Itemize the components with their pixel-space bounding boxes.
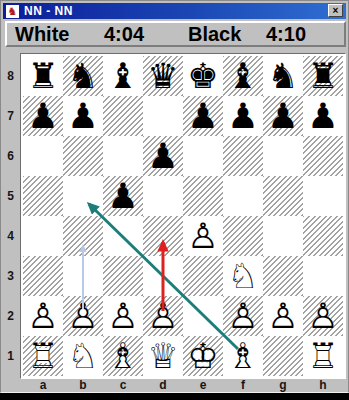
piece-white-B-fill: ♝ [223,336,263,376]
square-a3[interactable] [23,256,63,296]
square-c3[interactable] [103,256,143,296]
piece-white-B: ♗ [223,336,263,376]
square-c5[interactable]: ♟ [103,176,143,216]
square-g1[interactable] [263,336,303,376]
piece-white-P-fill: ♟ [303,296,343,336]
square-a6[interactable] [23,136,63,176]
piece-black-K: ♚ [183,56,223,96]
square-a8[interactable]: ♜ [23,56,63,96]
piece-white-Q: ♕ [143,336,183,376]
black-clock-time: 4:10 [266,23,306,45]
piece-black-R: ♜ [303,56,343,96]
piece-white-R: ♖ [23,336,63,376]
square-a4[interactable] [23,216,63,256]
piece-white-B-fill: ♝ [103,336,143,376]
piece-white-P: ♙ [23,296,63,336]
piece-white-R-fill: ♜ [303,336,343,376]
piece-white-P: ♙ [303,296,343,336]
desktop: { "game": "chess", "window": { "title": … [0,0,349,400]
piece-white-Q-fill: ♛ [143,336,183,376]
file-label-e: e [183,378,223,392]
square-c4[interactable] [103,216,143,256]
square-g5[interactable] [263,176,303,216]
piece-white-N: ♘ [223,256,263,296]
piece-white-P: ♙ [143,296,183,336]
square-b5[interactable] [63,176,103,216]
square-d5[interactable] [143,176,183,216]
piece-white-P: ♙ [263,296,303,336]
white-clock-label: White [15,23,69,45]
square-h4[interactable] [303,216,343,256]
square-c8[interactable]: ♝ [103,56,143,96]
square-e6[interactable] [183,136,223,176]
piece-black-N: ♞ [63,56,103,96]
rank-label-7: 7 [3,96,18,136]
square-g4[interactable] [263,216,303,256]
app-knight-icon[interactable]: ♞ [6,5,19,18]
piece-white-K-fill: ♚ [183,336,223,376]
square-g2[interactable]: ♟♙ [263,296,303,336]
square-b7[interactable]: ♟ [63,96,103,136]
window-title: NN - NN [24,4,73,18]
piece-white-P-fill: ♟ [63,296,103,336]
white-clock-time: 4:04 [104,23,144,45]
piece-black-P: ♟ [303,96,343,136]
rank-label-6: 6 [3,136,18,176]
square-a5[interactable] [23,176,63,216]
square-g8[interactable]: ♞ [263,56,303,96]
piece-black-P: ♟ [183,96,223,136]
file-label-h: h [303,378,343,392]
piece-white-P-fill: ♟ [263,296,303,336]
square-h3[interactable] [303,256,343,296]
square-c2[interactable]: ♟♙ [103,296,143,336]
square-f7[interactable]: ♟ [223,96,263,136]
square-e8[interactable]: ♚ [183,56,223,96]
piece-white-R-fill: ♜ [23,336,63,376]
piece-black-P: ♟ [223,96,263,136]
file-label-c: c [103,378,143,392]
file-label-g: g [263,378,303,392]
square-f1[interactable]: ♝♗ [223,336,263,376]
piece-white-N: ♘ [63,336,103,376]
square-d3[interactable] [143,256,183,296]
square-g6[interactable] [263,136,303,176]
board-frame: ♜♞♝♛♚♝♞♜♟♟♟♟♟♟♟♟♟♙♞♘♟♙♟♙♟♙♟♙♟♙♟♙♟♙♜♖♞♘♝♗… [20,53,346,379]
rank-label-5: 5 [3,176,18,216]
square-c6[interactable] [103,136,143,176]
piece-white-P-fill: ♟ [23,296,63,336]
piece-black-R: ♜ [23,56,63,96]
piece-white-P: ♙ [183,216,223,256]
piece-white-N-fill: ♞ [63,336,103,376]
piece-black-P: ♟ [143,136,183,176]
square-d8[interactable]: ♛ [143,56,183,96]
square-g7[interactable]: ♟ [263,96,303,136]
square-f4[interactable] [223,216,263,256]
file-label-a: a [23,378,63,392]
rank-label-1: 1 [3,336,18,376]
rank-label-2: 2 [3,296,18,336]
square-g3[interactable] [263,256,303,296]
square-d6[interactable]: ♟ [143,136,183,176]
square-f5[interactable] [223,176,263,216]
rank-label-3: 3 [3,256,18,296]
square-e1[interactable]: ♚♔ [183,336,223,376]
piece-white-P: ♙ [63,296,103,336]
black-clock-label: Black [188,23,241,45]
square-b4[interactable] [63,216,103,256]
square-h8[interactable]: ♜ [303,56,343,96]
square-d2[interactable]: ♟♙ [143,296,183,336]
file-label-d: d [143,378,183,392]
piece-black-N: ♞ [263,56,303,96]
square-f3[interactable]: ♞♘ [223,256,263,296]
piece-black-P: ♟ [63,96,103,136]
square-d7[interactable] [143,96,183,136]
square-h5[interactable] [303,176,343,216]
piece-black-P: ♟ [263,96,303,136]
square-e3[interactable] [183,256,223,296]
piece-white-K: ♔ [183,336,223,376]
square-h7[interactable]: ♟ [303,96,343,136]
rank-label-4: 4 [3,216,18,256]
piece-white-P-fill: ♟ [223,296,263,336]
clock-panel: White 4:04 Black 4:10 [5,21,346,47]
square-c1[interactable]: ♝♗ [103,336,143,376]
chess-app-window: ♞ NN - NN × White 4:04 Black 4:10 876543… [0,0,349,393]
titlebar[interactable]: ♞ NN - NN × [3,3,346,19]
square-e5[interactable] [183,176,223,216]
square-b2[interactable]: ♟♙ [63,296,103,336]
piece-black-B: ♝ [103,56,143,96]
square-b1[interactable]: ♞♘ [63,336,103,376]
piece-white-B: ♗ [103,336,143,376]
file-label-f: f [223,378,263,392]
square-f2[interactable]: ♟♙ [223,296,263,336]
piece-white-P: ♙ [223,296,263,336]
piece-white-N-fill: ♞ [223,256,263,296]
square-f8[interactable]: ♝ [223,56,263,96]
square-b3[interactable] [63,256,103,296]
piece-black-Q: ♛ [143,56,183,96]
square-e4[interactable]: ♟♙ [183,216,223,256]
square-b8[interactable]: ♞ [63,56,103,96]
piece-black-P: ♟ [23,96,63,136]
square-a2[interactable]: ♟♙ [23,296,63,336]
square-h1[interactable]: ♜♖ [303,336,343,376]
square-b6[interactable] [63,136,103,176]
square-d4[interactable] [143,216,183,256]
rank-label-8: 8 [3,56,18,96]
square-c7[interactable] [103,96,143,136]
square-a7[interactable]: ♟ [23,96,63,136]
square-e2[interactable] [183,296,223,336]
square-a1[interactable]: ♜♖ [23,336,63,376]
piece-black-B: ♝ [223,56,263,96]
square-h2[interactable]: ♟♙ [303,296,343,336]
square-e7[interactable]: ♟ [183,96,223,136]
file-label-b: b [63,378,103,392]
piece-white-P-fill: ♟ [183,216,223,256]
square-f6[interactable] [223,136,263,176]
piece-white-P-fill: ♟ [103,296,143,336]
piece-white-P: ♙ [103,296,143,336]
piece-white-P-fill: ♟ [143,296,183,336]
piece-white-R: ♖ [303,336,343,376]
square-h6[interactable] [303,136,343,176]
board-grid: ♜♞♝♛♚♝♞♜♟♟♟♟♟♟♟♟♟♙♞♘♟♙♟♙♟♙♟♙♟♙♟♙♟♙♜♖♞♘♝♗… [23,56,343,376]
piece-black-P: ♟ [103,176,143,216]
square-d1[interactable]: ♛♕ [143,336,183,376]
close-button[interactable]: × [328,4,343,17]
